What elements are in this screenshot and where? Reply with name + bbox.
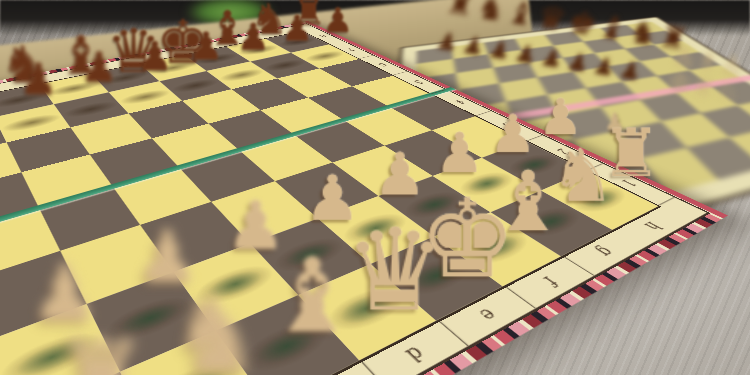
piece-shadow bbox=[188, 259, 282, 312]
piece-shadow bbox=[0, 324, 107, 375]
tournament-chess-photo: ♜♞♝♛♚♝♞♜ ♟♟♟♟♟♟♟♟ ♙♗♙ ♔♕♘ ♟ ♜♞♝♛♚♝♞♜♟♟♟♟… bbox=[0, 0, 750, 375]
piece-shadow bbox=[456, 226, 539, 271]
piece-shadow bbox=[512, 202, 590, 242]
piece-shadow bbox=[274, 36, 320, 49]
piece-shadow bbox=[136, 353, 251, 375]
piece-shadow bbox=[234, 314, 339, 375]
piece-shadow bbox=[266, 232, 353, 279]
piece-shadow bbox=[335, 208, 416, 250]
piece-shadow bbox=[318, 281, 415, 340]
piece-shadow bbox=[260, 58, 311, 74]
piece-shadow bbox=[301, 49, 350, 64]
stray-white-pawn: ♟ bbox=[604, 108, 626, 136]
piece-shadow bbox=[99, 290, 201, 351]
square-c1: ♝ bbox=[216, 295, 360, 375]
